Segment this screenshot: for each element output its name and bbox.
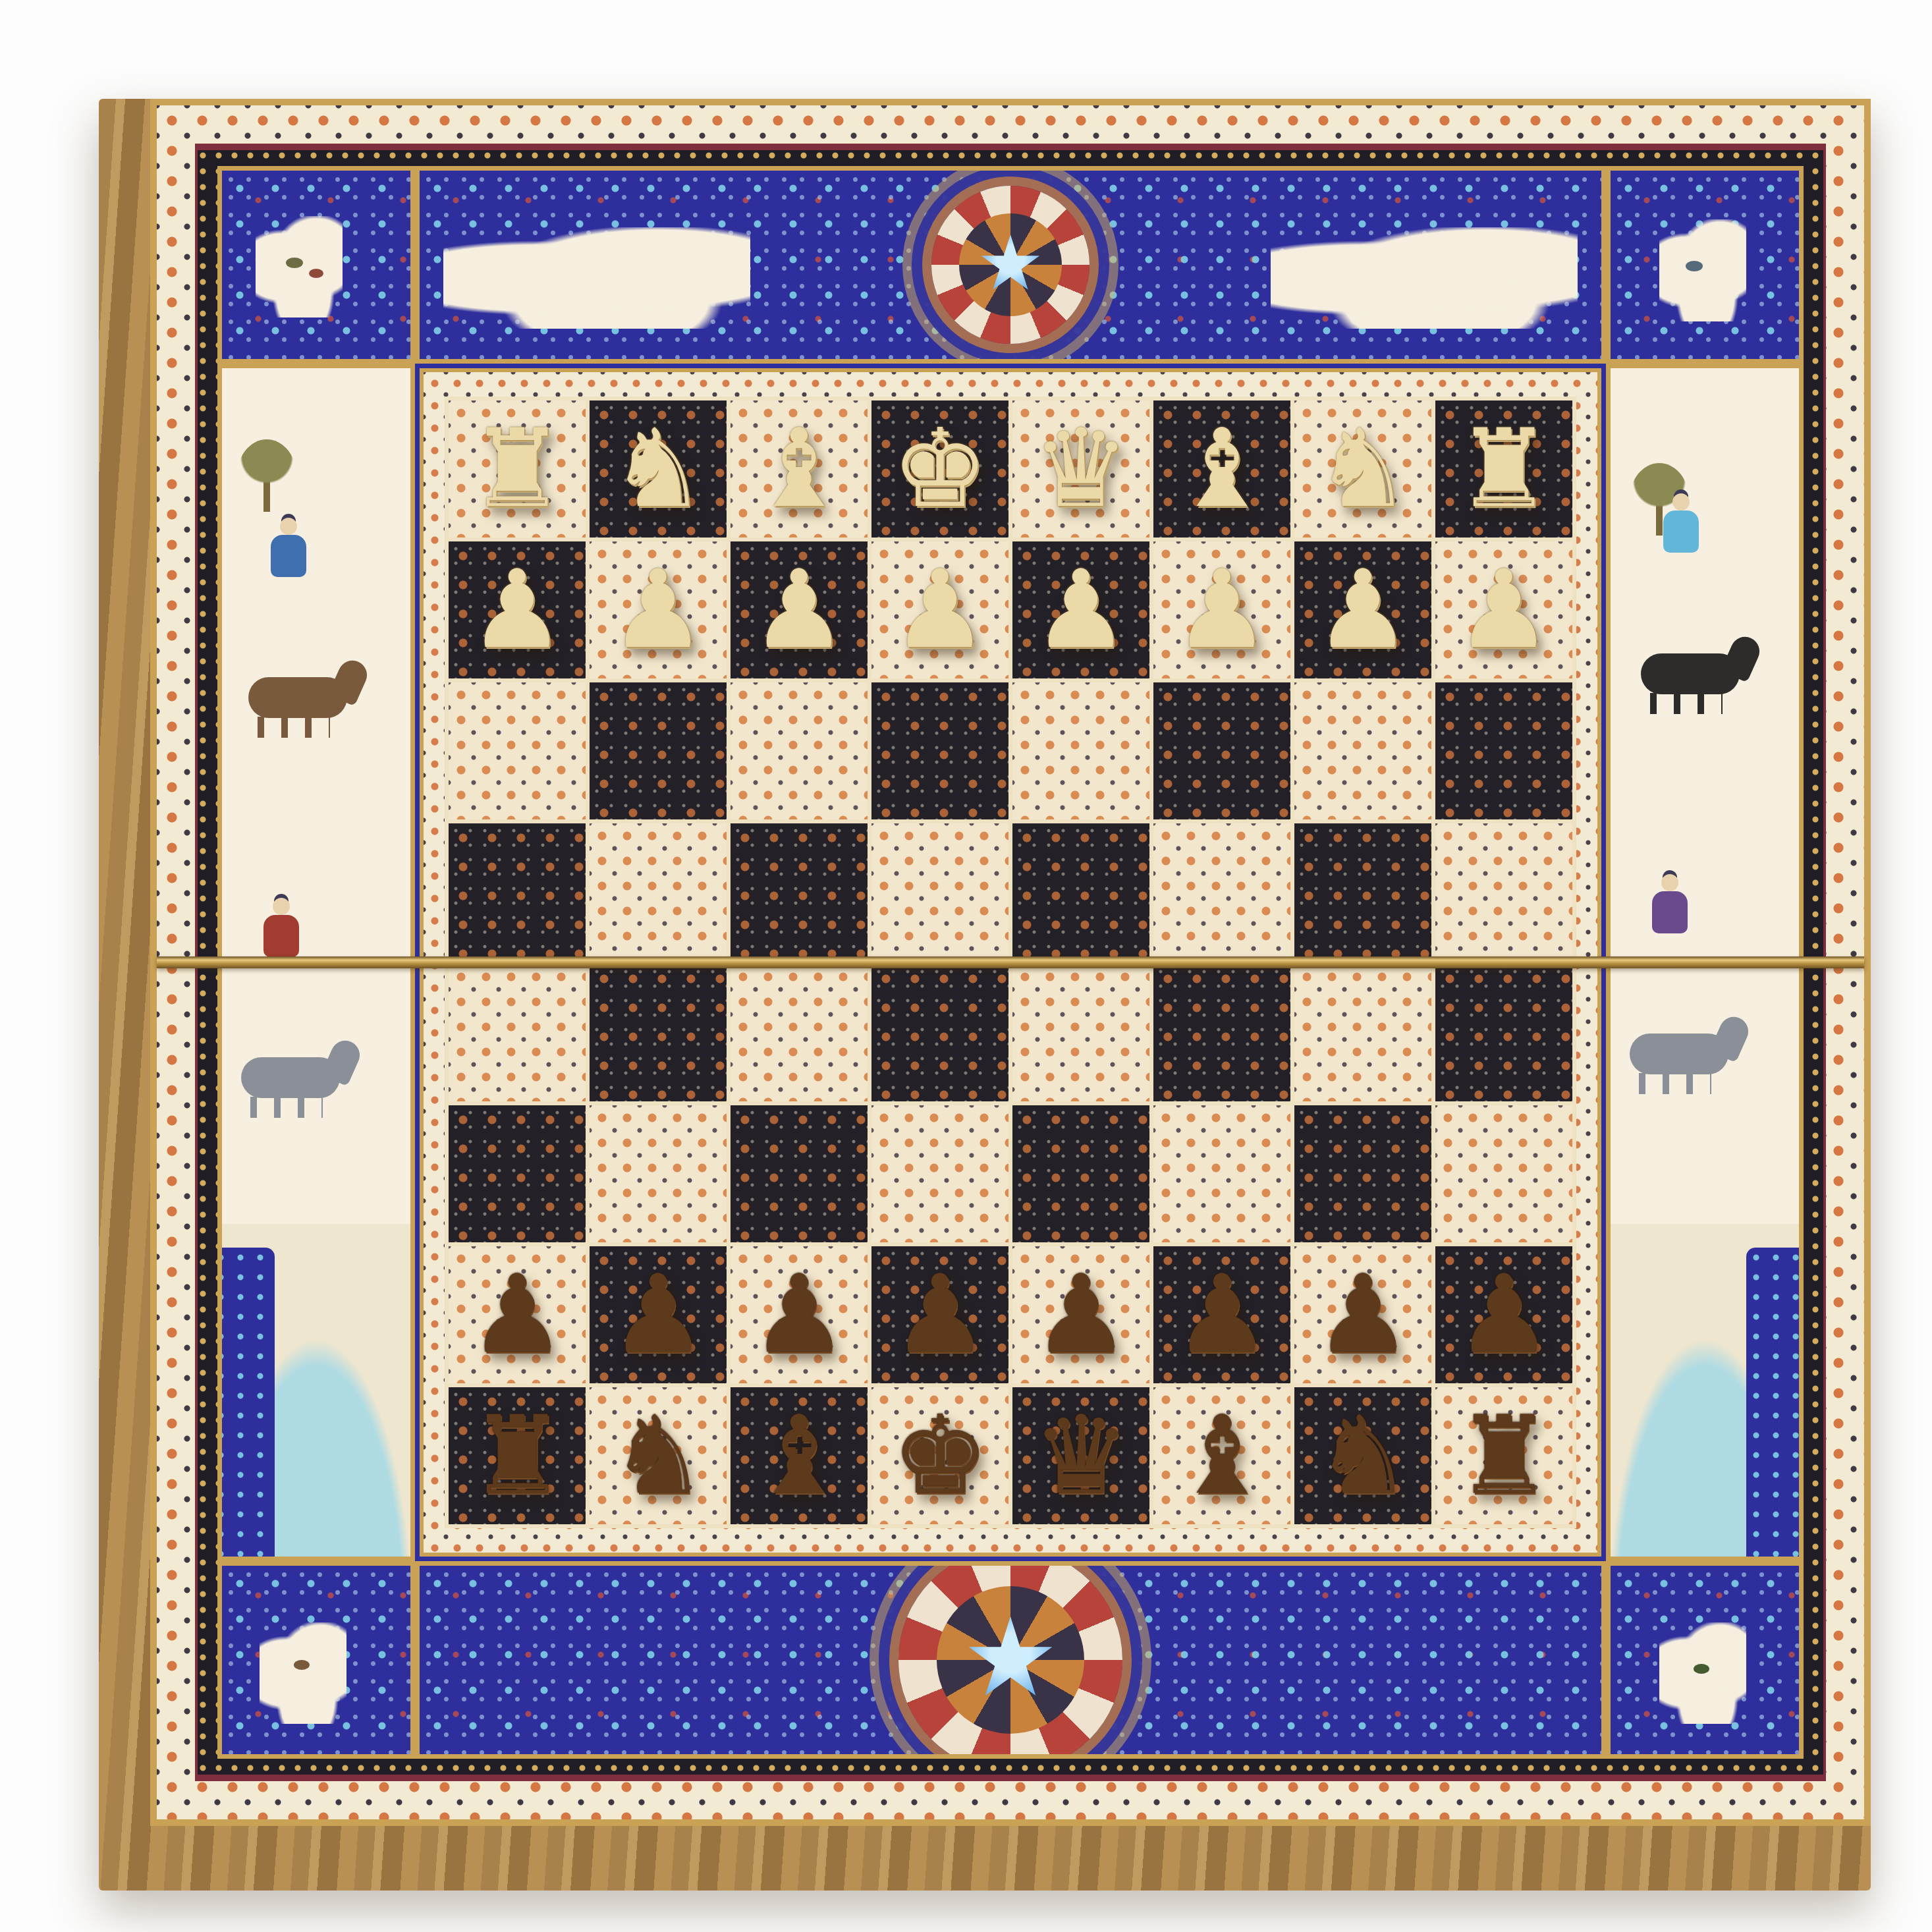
square-d3[interactable] (1012, 682, 1149, 819)
white-cartouche (1659, 219, 1746, 321)
square-c1[interactable]: ♝ (1153, 400, 1290, 538)
rider-purple (1652, 891, 1688, 933)
square-h8[interactable]: ♜ (449, 1387, 586, 1524)
square-c2[interactable]: ♟ (1153, 541, 1290, 678)
carpet-corner (1746, 1248, 1804, 1561)
piece-white-pawn[interactable]: ♟ (891, 556, 988, 664)
piece-black-pawn[interactable]: ♟ (1173, 1261, 1270, 1369)
square-e2[interactable]: ♟ (871, 541, 1008, 678)
horse-grey (241, 1057, 340, 1098)
piece-white-pawn[interactable]: ♟ (1032, 556, 1129, 664)
piece-white-pawn[interactable]: ♟ (609, 556, 706, 664)
square-c6[interactable] (1153, 1105, 1290, 1242)
brass-hinge-seam (157, 956, 1864, 968)
piece-white-pawn[interactable]: ♟ (1314, 556, 1411, 664)
product-photo-white-backdrop: ♜♞♝♚♛♝♞♜♟♟♟♟♟♟♟♟♟♟♟♟♟♟♟♟♜♞♝♚♛♝♞♜ (0, 0, 1932, 1932)
corner-cartouche-bottom-left (217, 1561, 415, 1759)
animal-figure (1694, 1664, 1709, 1674)
corner-cartouche-bottom-right (1606, 1561, 1804, 1759)
square-e1[interactable]: ♚ (871, 400, 1008, 538)
square-f4[interactable] (731, 823, 868, 960)
square-a5[interactable] (1435, 964, 1572, 1101)
square-f3[interactable] (731, 682, 868, 819)
square-g2[interactable]: ♟ (590, 541, 727, 678)
white-cartouche (443, 227, 750, 329)
square-g8[interactable]: ♞ (590, 1387, 727, 1524)
piece-black-pawn[interactable]: ♟ (1455, 1261, 1552, 1369)
piece-white-pawn[interactable]: ♟ (1455, 556, 1552, 664)
white-cartouche (260, 1622, 346, 1724)
square-b2[interactable]: ♟ (1294, 541, 1431, 678)
horse-brown (248, 677, 347, 718)
square-h4[interactable] (449, 823, 586, 960)
rider-blue (271, 535, 306, 577)
piece-black-pawn[interactable]: ♟ (891, 1261, 988, 1369)
square-a4[interactable] (1435, 823, 1572, 960)
square-a6[interactable] (1435, 1105, 1572, 1242)
white-cartouche (1271, 227, 1578, 329)
board-top-surface: ♜♞♝♚♛♝♞♜♟♟♟♟♟♟♟♟♟♟♟♟♟♟♟♟♜♞♝♚♛♝♞♜ (150, 99, 1871, 1826)
piece-white-knight[interactable]: ♞ (1314, 415, 1411, 523)
square-g5[interactable] (590, 964, 727, 1101)
square-a2[interactable]: ♟ (1435, 541, 1572, 678)
piece-black-queen[interactable]: ♛ (1032, 1402, 1129, 1510)
square-h5[interactable] (449, 964, 586, 1101)
square-f1[interactable]: ♝ (731, 400, 868, 538)
corner-cartouche-top-left (217, 166, 415, 364)
corner-cartouche-top-right (1606, 166, 1804, 364)
square-h7[interactable]: ♟ (449, 1246, 586, 1383)
tree (237, 439, 296, 512)
square-e3[interactable] (871, 682, 1008, 819)
carpet-corner (217, 1248, 275, 1561)
square-b6[interactable] (1294, 1105, 1431, 1242)
square-a7[interactable]: ♟ (1435, 1246, 1572, 1383)
square-g3[interactable] (590, 682, 727, 819)
square-d2[interactable]: ♟ (1012, 541, 1149, 678)
animal-figure (286, 258, 303, 268)
piece-black-pawn[interactable]: ♟ (468, 1261, 565, 1369)
square-b3[interactable] (1294, 682, 1431, 819)
piece-white-pawn[interactable]: ♟ (468, 556, 565, 664)
square-d7[interactable]: ♟ (1012, 1246, 1149, 1383)
square-d1[interactable]: ♛ (1012, 400, 1149, 538)
piece-black-pawn[interactable]: ♟ (1032, 1261, 1129, 1369)
piece-black-knight[interactable]: ♞ (1314, 1402, 1411, 1510)
rider-red (263, 915, 299, 957)
square-g1[interactable]: ♞ (590, 400, 727, 538)
square-a8[interactable]: ♜ (1435, 1387, 1572, 1524)
square-c4[interactable] (1153, 823, 1290, 960)
square-g4[interactable] (590, 823, 727, 960)
piece-white-king[interactable]: ♚ (891, 415, 988, 523)
square-b1[interactable]: ♞ (1294, 400, 1431, 538)
square-e4[interactable] (871, 823, 1008, 960)
piece-white-rook[interactable]: ♜ (468, 415, 565, 523)
piece-black-pawn[interactable]: ♟ (750, 1261, 847, 1369)
horse-black (1641, 653, 1740, 694)
piece-white-pawn[interactable]: ♟ (1173, 556, 1270, 664)
square-e5[interactable] (871, 964, 1008, 1101)
top-medallion-field (415, 166, 1606, 364)
piece-black-pawn[interactable]: ♟ (609, 1261, 706, 1369)
square-e7[interactable]: ♟ (871, 1246, 1008, 1383)
square-e6[interactable] (871, 1105, 1008, 1242)
animal-figure (309, 269, 323, 278)
piece-white-pawn[interactable]: ♟ (750, 556, 847, 664)
square-f8[interactable]: ♝ (731, 1387, 868, 1524)
square-h6[interactable] (449, 1105, 586, 1242)
square-d4[interactable] (1012, 823, 1149, 960)
square-f6[interactable] (731, 1105, 868, 1242)
piece-black-pawn[interactable]: ♟ (1314, 1261, 1411, 1369)
square-g6[interactable] (590, 1105, 727, 1242)
bottom-medallion-field (415, 1561, 1606, 1759)
square-c7[interactable]: ♟ (1153, 1246, 1290, 1383)
piece-white-rook[interactable]: ♜ (1455, 415, 1552, 523)
piece-black-rook[interactable]: ♜ (1455, 1402, 1552, 1510)
square-d5[interactable] (1012, 964, 1149, 1101)
square-h2[interactable]: ♟ (449, 541, 586, 678)
square-f5[interactable] (731, 964, 868, 1101)
square-b8[interactable]: ♞ (1294, 1387, 1431, 1524)
rider-lightblue (1663, 511, 1699, 553)
square-b5[interactable] (1294, 964, 1431, 1101)
square-b4[interactable] (1294, 823, 1431, 960)
piece-white-queen[interactable]: ♛ (1032, 415, 1129, 523)
square-c5[interactable] (1153, 964, 1290, 1101)
square-h3[interactable] (449, 682, 586, 819)
piece-white-bishop[interactable]: ♝ (750, 415, 847, 523)
square-f2[interactable]: ♟ (731, 541, 868, 678)
horse-grey (1630, 1034, 1728, 1074)
square-g7[interactable]: ♟ (590, 1246, 727, 1383)
square-b7[interactable]: ♟ (1294, 1246, 1431, 1383)
square-e8[interactable]: ♚ (871, 1387, 1008, 1524)
square-a3[interactable] (1435, 682, 1572, 819)
square-c8[interactable]: ♝ (1153, 1387, 1290, 1524)
square-a1[interactable]: ♜ (1435, 400, 1572, 538)
animal-figure (294, 1660, 310, 1670)
piece-black-king[interactable]: ♚ (891, 1402, 988, 1510)
khatam-chess-box: ♜♞♝♚♛♝♞♜♟♟♟♟♟♟♟♟♟♟♟♟♟♟♟♟♜♞♝♚♛♝♞♜ (99, 99, 1871, 1891)
piece-white-knight[interactable]: ♞ (609, 415, 706, 523)
square-h1[interactable]: ♜ (449, 400, 586, 538)
piece-black-rook[interactable]: ♜ (468, 1402, 565, 1510)
square-d8[interactable]: ♛ (1012, 1387, 1149, 1524)
piece-black-knight[interactable]: ♞ (609, 1402, 706, 1510)
piece-black-bishop[interactable]: ♝ (1173, 1402, 1270, 1510)
square-d6[interactable] (1012, 1105, 1149, 1242)
square-f7[interactable]: ♟ (731, 1246, 868, 1383)
piece-white-bishop[interactable]: ♝ (1173, 415, 1270, 523)
piece-black-bishop[interactable]: ♝ (750, 1402, 847, 1510)
square-c3[interactable] (1153, 682, 1290, 819)
